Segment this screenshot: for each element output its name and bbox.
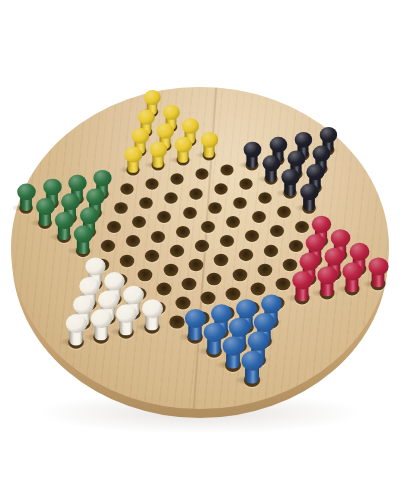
peg-head	[137, 109, 154, 124]
peg-head	[131, 128, 148, 144]
peg-head	[150, 142, 168, 158]
peg-head	[156, 123, 173, 138]
peg-head	[305, 234, 325, 252]
hole-r8c8[interactable]	[252, 211, 266, 223]
peg-head	[367, 257, 387, 275]
peg-white[interactable]	[90, 309, 112, 340]
peg-head	[260, 295, 281, 314]
hole-r5c9[interactable]	[221, 164, 234, 175]
peg-yellow[interactable]	[124, 146, 143, 172]
peg-head	[124, 146, 142, 162]
hole-r6c7[interactable]	[189, 188, 202, 200]
peg-head	[319, 127, 336, 143]
hole-r6c8[interactable]	[214, 183, 227, 194]
peg-head	[93, 170, 111, 186]
hole-r6c4[interactable]	[114, 202, 128, 214]
hole-r9c4[interactable]	[170, 245, 184, 257]
peg-head	[299, 183, 318, 200]
peg-head	[281, 169, 299, 185]
hole-r12c8[interactable]	[251, 282, 266, 295]
peg-head	[262, 155, 280, 171]
hole-r8c9[interactable]	[277, 206, 291, 218]
peg-head	[306, 164, 324, 180]
peg-black[interactable]	[299, 183, 319, 210]
peg-head	[342, 262, 362, 280]
hole-r7c3[interactable]	[107, 221, 121, 233]
product-photo	[0, 0, 400, 488]
peg-head	[116, 304, 137, 323]
peg-head	[144, 91, 161, 106]
peg-head	[313, 146, 331, 162]
peg-head	[67, 174, 85, 190]
peg-head	[287, 151, 305, 167]
hole-r11c7[interactable]	[232, 268, 247, 281]
hole-r10c4[interactable]	[163, 264, 178, 277]
peg-head	[292, 271, 312, 289]
hole-r5c5[interactable]	[120, 183, 133, 194]
hole-r9c9[interactable]	[295, 221, 309, 233]
peg-head	[269, 137, 287, 153]
hole-r11c9[interactable]	[282, 259, 297, 271]
hole-r9c2[interactable]	[119, 254, 134, 266]
hole-r10c5[interactable]	[188, 259, 203, 272]
peg-white[interactable]	[65, 314, 88, 346]
peg-head	[73, 225, 92, 242]
peg-head	[42, 179, 61, 196]
peg-head	[86, 188, 105, 205]
peg-black[interactable]	[280, 169, 299, 196]
peg-red[interactable]	[367, 257, 388, 287]
peg-black[interactable]	[262, 155, 281, 182]
peg-head	[175, 137, 193, 153]
peg-head	[80, 207, 99, 224]
hole-r10c8[interactable]	[264, 244, 278, 256]
peg-head	[247, 332, 269, 351]
peg-yellow[interactable]	[174, 137, 193, 163]
peg-head	[61, 193, 80, 210]
peg-head	[54, 212, 73, 229]
peg-green[interactable]	[35, 198, 55, 226]
hole-r10c6[interactable]	[214, 254, 229, 266]
hole-r7c6[interactable]	[183, 207, 197, 219]
peg-head	[244, 141, 262, 157]
hole-r7c7[interactable]	[208, 202, 222, 214]
hole-r7c9[interactable]	[258, 192, 272, 204]
hole-r8c4[interactable]	[151, 231, 165, 243]
peg-yellow[interactable]	[149, 142, 168, 168]
peg-head	[17, 184, 36, 201]
peg-red[interactable]	[291, 271, 313, 301]
peg-head	[163, 104, 180, 119]
peg-green[interactable]	[54, 212, 74, 240]
hole-r5c6[interactable]	[145, 178, 158, 189]
hole-r12c7[interactable]	[226, 287, 241, 300]
hole-r8c5[interactable]	[176, 226, 190, 238]
hole-r6c9[interactable]	[239, 178, 252, 189]
peg-head	[312, 216, 331, 233]
hole-r8c6[interactable]	[201, 221, 215, 233]
peg-head	[317, 267, 337, 285]
hole-r11c8[interactable]	[257, 263, 272, 276]
peg-head	[65, 314, 86, 333]
peg-head	[91, 309, 112, 328]
peg-green[interactable]	[17, 184, 37, 211]
peg-head	[330, 229, 350, 247]
hole-r7c8[interactable]	[233, 197, 247, 209]
hole-r10c9[interactable]	[289, 240, 303, 252]
peg-head	[294, 132, 311, 148]
peg-black[interactable]	[243, 141, 262, 167]
hole-r6c5[interactable]	[139, 197, 153, 209]
peg-head	[36, 198, 55, 215]
peg-head	[241, 350, 263, 370]
peg-head	[181, 118, 198, 133]
peg-yellow[interactable]	[199, 132, 217, 158]
peg-head	[254, 313, 275, 332]
peg-blue[interactable]	[240, 350, 263, 383]
peg-white[interactable]	[140, 300, 162, 331]
hole-r9c5[interactable]	[195, 240, 209, 252]
peg-green[interactable]	[73, 225, 94, 254]
hole-r9c3[interactable]	[145, 250, 159, 262]
peg-head	[141, 300, 162, 319]
peg-white[interactable]	[115, 304, 137, 335]
peg-red[interactable]	[317, 267, 338, 297]
peg-red[interactable]	[342, 262, 363, 292]
